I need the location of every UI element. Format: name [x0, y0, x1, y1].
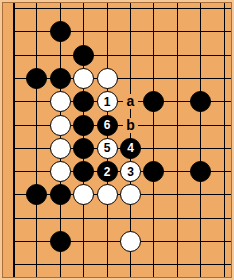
black-stone: [26, 184, 47, 205]
go-diagram: 165423ab: [0, 0, 234, 280]
move-number: 3: [127, 166, 134, 178]
white-stone: [97, 68, 118, 89]
move-number: 5: [104, 142, 111, 154]
move-number: 2: [104, 166, 111, 178]
white-stone: [50, 161, 71, 182]
black-stone: [26, 68, 47, 89]
grid-line-horizontal: [13, 55, 232, 56]
white-stone: [120, 184, 141, 205]
black-stone: [73, 161, 94, 182]
grid-line-horizontal: [13, 264, 232, 265]
white-stone: [50, 91, 71, 112]
grid-line-vertical: [224, 3, 225, 277]
grid-line-vertical: [177, 3, 178, 277]
black-stone: [143, 161, 164, 182]
black-stone: [190, 91, 211, 112]
grid-line-horizontal: [13, 218, 232, 219]
go-board: 165423ab: [2, 2, 232, 278]
black-stone: [143, 91, 164, 112]
white-stone: [73, 184, 94, 205]
grid-line-horizontal: [13, 8, 232, 9]
move-2-black-stone: 2: [97, 161, 118, 182]
grid-line-horizontal: [13, 31, 232, 32]
black-stone: [50, 21, 71, 42]
move-number: 4: [127, 142, 134, 154]
grid-line-horizontal: [13, 125, 232, 126]
black-stone: [73, 91, 94, 112]
move-5-white-stone: 5: [97, 138, 118, 159]
move-number: 1: [104, 96, 111, 108]
board-left-edge-line: [13, 3, 15, 277]
move-3-white-stone: 3: [120, 161, 141, 182]
move-number: 6: [104, 119, 111, 131]
black-stone: [50, 184, 71, 205]
white-stone: [50, 115, 71, 136]
grid-line-vertical: [153, 3, 154, 277]
white-stone: [97, 184, 118, 205]
grid-line-vertical: [36, 3, 37, 277]
white-stone: [120, 231, 141, 252]
black-stone: [50, 68, 71, 89]
black-stone: [73, 45, 94, 66]
black-stone: [190, 161, 211, 182]
black-stone: [73, 115, 94, 136]
white-stone: [73, 68, 94, 89]
black-stone: [50, 231, 71, 252]
move-1-white-stone: 1: [97, 91, 118, 112]
move-4-black-stone: 4: [120, 138, 141, 159]
point-label-a: a: [123, 94, 138, 109]
white-stone: [50, 138, 71, 159]
black-stone: [73, 138, 94, 159]
move-6-black-stone: 6: [97, 115, 118, 136]
grid-line-vertical: [200, 3, 201, 277]
point-label-b: b: [123, 118, 138, 133]
